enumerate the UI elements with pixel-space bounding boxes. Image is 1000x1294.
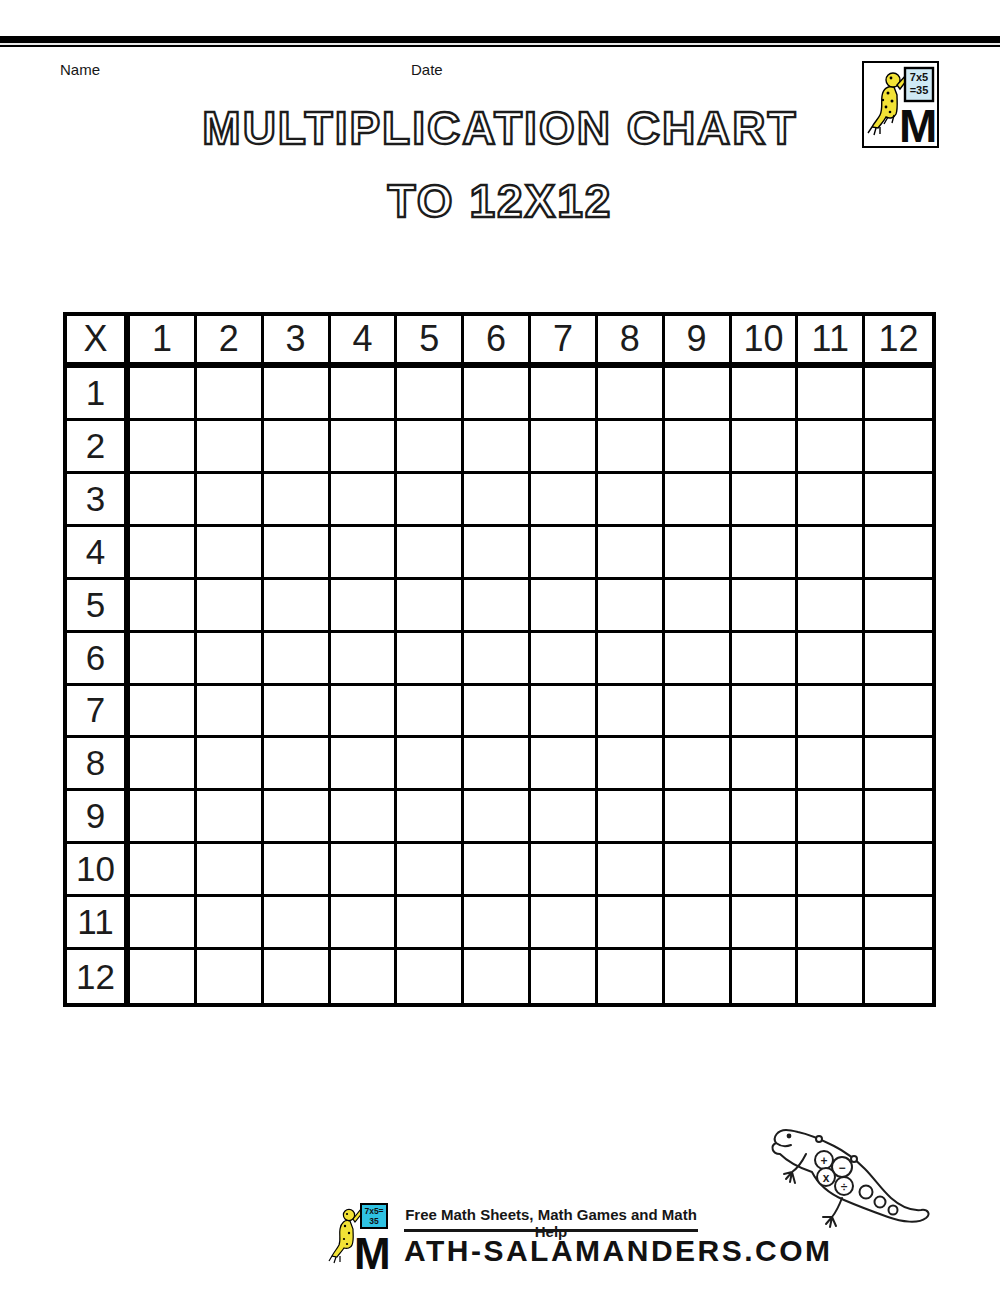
answer-cell-r3-c10 — [732, 474, 799, 527]
answer-cell-r12-c12 — [865, 950, 932, 1003]
answer-cell-r9-c7 — [531, 791, 598, 844]
answer-cell-r7-c4 — [331, 686, 398, 739]
answer-cell-r1-c3 — [264, 368, 331, 421]
multiplication-grid: X123456789101112123456789101112 — [63, 312, 936, 1007]
row-header-2: 2 — [67, 421, 130, 474]
answer-cell-r7-c6 — [464, 686, 531, 739]
row-header-4: 4 — [67, 527, 130, 580]
footer-brand-m: M — [354, 1229, 391, 1273]
logo-board-line1: 7x5 — [910, 71, 928, 83]
answer-cell-r9-c3 — [264, 791, 331, 844]
col-header-6: 6 — [464, 316, 531, 368]
answer-cell-r7-c8 — [598, 686, 665, 739]
answer-cell-r9-c4 — [331, 791, 398, 844]
col-header-8: 8 — [598, 316, 665, 368]
answer-cell-r10-c2 — [197, 844, 264, 897]
answer-cell-r12-c4 — [331, 950, 398, 1003]
answer-cell-r11-c2 — [197, 897, 264, 950]
footer-logo: 7x5= 35 M — [328, 1201, 412, 1273]
answer-cell-r7-c3 — [264, 686, 331, 739]
answer-cell-r8-c7 — [531, 738, 598, 791]
answer-cell-r11-c11 — [798, 897, 865, 950]
answer-cell-r6-c11 — [798, 633, 865, 686]
answer-cell-r6-c2 — [197, 633, 264, 686]
answer-cell-r2-c7 — [531, 421, 598, 474]
answer-cell-r3-c3 — [264, 474, 331, 527]
answer-cell-r4-c1 — [130, 527, 197, 580]
answer-cell-r8-c8 — [598, 738, 665, 791]
answer-cell-r5-c1 — [130, 580, 197, 633]
answer-cell-r9-c9 — [665, 791, 732, 844]
answer-cell-r2-c8 — [598, 421, 665, 474]
answer-cell-r4-c5 — [397, 527, 464, 580]
answer-cell-r10-c5 — [397, 844, 464, 897]
answer-cell-r1-c8 — [598, 368, 665, 421]
answer-cell-r11-c7 — [531, 897, 598, 950]
answer-cell-r7-c11 — [798, 686, 865, 739]
answer-cell-r4-c12 — [865, 527, 932, 580]
answer-cell-r11-c10 — [732, 897, 799, 950]
answer-cell-r4-c9 — [665, 527, 732, 580]
answer-cell-r8-c12 — [865, 738, 932, 791]
footer-brand-rest: ATH-SALAMANDERS.COM — [404, 1234, 833, 1268]
answer-cell-r3-c5 — [397, 474, 464, 527]
name-label: Name — [60, 61, 100, 78]
row-header-9: 9 — [67, 791, 130, 844]
answer-cell-r6-c4 — [331, 633, 398, 686]
math-gecko-illustration: + − x ÷ — [762, 1110, 942, 1240]
answer-cell-r12-c7 — [531, 950, 598, 1003]
answer-cell-r8-c10 — [732, 738, 799, 791]
answer-cell-r5-c6 — [464, 580, 531, 633]
answer-cell-r6-c9 — [665, 633, 732, 686]
answer-cell-r12-c3 — [264, 950, 331, 1003]
answer-cell-r11-c3 — [264, 897, 331, 950]
answer-cell-r5-c3 — [264, 580, 331, 633]
answer-cell-r4-c2 — [197, 527, 264, 580]
answer-cell-r3-c6 — [464, 474, 531, 527]
answer-cell-r6-c8 — [598, 633, 665, 686]
answer-cell-r7-c5 — [397, 686, 464, 739]
answer-cell-r5-c8 — [598, 580, 665, 633]
answer-cell-r6-c6 — [464, 633, 531, 686]
answer-cell-r9-c2 — [197, 791, 264, 844]
col-header-7: 7 — [531, 316, 598, 368]
answer-cell-r1-c12 — [865, 368, 932, 421]
answer-cell-r9-c8 — [598, 791, 665, 844]
answer-cell-r7-c2 — [197, 686, 264, 739]
answer-cell-r9-c11 — [798, 791, 865, 844]
logo-board-line2: =35 — [910, 84, 929, 96]
answer-cell-r8-c3 — [264, 738, 331, 791]
answer-cell-r9-c5 — [397, 791, 464, 844]
answer-cell-r1-c2 — [197, 368, 264, 421]
answer-cell-r8-c11 — [798, 738, 865, 791]
answer-cell-r6-c7 — [531, 633, 598, 686]
answer-cell-r1-c4 — [331, 368, 398, 421]
answer-cell-r4-c3 — [264, 527, 331, 580]
answer-cell-r4-c11 — [798, 527, 865, 580]
answer-cell-r1-c6 — [464, 368, 531, 421]
answer-cell-r11-c6 — [464, 897, 531, 950]
answer-cell-r5-c7 — [531, 580, 598, 633]
footer-board-line2: 35 — [369, 1216, 379, 1226]
answer-cell-r10-c6 — [464, 844, 531, 897]
answer-cell-r3-c9 — [665, 474, 732, 527]
footer-board-line1: 7x5= — [364, 1206, 383, 1216]
answer-cell-r3-c1 — [130, 474, 197, 527]
answer-cell-r5-c5 — [397, 580, 464, 633]
answer-cell-r6-c12 — [865, 633, 932, 686]
answer-cell-r1-c7 — [531, 368, 598, 421]
answer-cell-r5-c11 — [798, 580, 865, 633]
col-header-5: 5 — [397, 316, 464, 368]
answer-cell-r10-c8 — [598, 844, 665, 897]
answer-cell-r12-c2 — [197, 950, 264, 1003]
gecko-graphic: + − x ÷ — [762, 1110, 942, 1240]
answer-cell-r2-c1 — [130, 421, 197, 474]
answer-cell-r1-c9 — [665, 368, 732, 421]
footer-rule — [404, 1229, 698, 1232]
gecko-spot-plus: + — [820, 1154, 827, 1168]
answer-cell-r8-c5 — [397, 738, 464, 791]
answer-cell-r4-c7 — [531, 527, 598, 580]
answer-cell-r8-c4 — [331, 738, 398, 791]
row-header-1: 1 — [67, 368, 130, 421]
answer-cell-r1-c5 — [397, 368, 464, 421]
answer-cell-r11-c5 — [397, 897, 464, 950]
answer-cell-r3-c4 — [331, 474, 398, 527]
answer-cell-r9-c6 — [464, 791, 531, 844]
answer-cell-r4-c4 — [331, 527, 398, 580]
answer-cell-r6-c1 — [130, 633, 197, 686]
row-header-6: 6 — [67, 633, 130, 686]
answer-cell-r10-c4 — [331, 844, 398, 897]
answer-cell-r5-c12 — [865, 580, 932, 633]
col-header-4: 4 — [331, 316, 398, 368]
answer-cell-r2-c4 — [331, 421, 398, 474]
gecko-spot-times: x — [823, 1171, 830, 1185]
col-header-11: 11 — [798, 316, 865, 368]
answer-cell-r12-c8 — [598, 950, 665, 1003]
col-header-3: 3 — [264, 316, 331, 368]
answer-cell-r2-c6 — [464, 421, 531, 474]
answer-cell-r4-c8 — [598, 527, 665, 580]
answer-cell-r12-c1 — [130, 950, 197, 1003]
answer-cell-r10-c11 — [798, 844, 865, 897]
answer-cell-r5-c2 — [197, 580, 264, 633]
worksheet-title-line2: TO 12X12 — [0, 178, 1000, 224]
row-header-3: 3 — [67, 474, 130, 527]
col-header-2: 2 — [197, 316, 264, 368]
answer-cell-r10-c10 — [732, 844, 799, 897]
col-header-1: 1 — [130, 316, 197, 368]
answer-cell-r2-c9 — [665, 421, 732, 474]
answer-cell-r2-c2 — [197, 421, 264, 474]
answer-cell-r8-c9 — [665, 738, 732, 791]
answer-cell-r3-c8 — [598, 474, 665, 527]
answer-cell-r4-c6 — [464, 527, 531, 580]
answer-cell-r1-c11 — [798, 368, 865, 421]
answer-cell-r12-c5 — [397, 950, 464, 1003]
col-header-10: 10 — [732, 316, 799, 368]
col-header-9: 9 — [665, 316, 732, 368]
answer-cell-r5-c9 — [665, 580, 732, 633]
answer-cell-r10-c7 — [531, 844, 598, 897]
answer-cell-r3-c12 — [865, 474, 932, 527]
answer-cell-r1-c10 — [732, 368, 799, 421]
footer-logo-graphic: 7x5= 35 M — [328, 1201, 412, 1273]
answer-cell-r9-c1 — [130, 791, 197, 844]
answer-cell-r1-c1 — [130, 368, 197, 421]
answer-cell-r11-c1 — [130, 897, 197, 950]
answer-cell-r4-c10 — [732, 527, 799, 580]
answer-cell-r7-c9 — [665, 686, 732, 739]
answer-cell-r11-c8 — [598, 897, 665, 950]
answer-cell-r10-c1 — [130, 844, 197, 897]
answer-cell-r7-c7 — [531, 686, 598, 739]
gecko-spot-divide: ÷ — [841, 1180, 848, 1194]
answer-cell-r6-c5 — [397, 633, 464, 686]
answer-cell-r6-c10 — [732, 633, 799, 686]
row-header-7: 7 — [67, 686, 130, 739]
row-header-5: 5 — [67, 580, 130, 633]
answer-cell-r12-c6 — [464, 950, 531, 1003]
date-label: Date — [411, 61, 443, 78]
answer-cell-r8-c2 — [197, 738, 264, 791]
answer-cell-r8-c1 — [130, 738, 197, 791]
row-header-11: 11 — [67, 897, 130, 950]
answer-cell-r7-c1 — [130, 686, 197, 739]
top-rule-bar — [0, 36, 1000, 48]
answer-cell-r12-c11 — [798, 950, 865, 1003]
answer-cell-r10-c12 — [865, 844, 932, 897]
answer-cell-r9-c10 — [732, 791, 799, 844]
col-header-12: 12 — [865, 316, 932, 368]
answer-cell-r11-c9 — [665, 897, 732, 950]
grid-corner-x: X — [67, 316, 130, 368]
answer-cell-r6-c3 — [264, 633, 331, 686]
gecko-spot-minus: − — [838, 1161, 845, 1175]
row-header-12: 12 — [67, 950, 130, 1003]
answer-cell-r5-c4 — [331, 580, 398, 633]
row-header-10: 10 — [67, 844, 130, 897]
answer-cell-r12-c9 — [665, 950, 732, 1003]
answer-cell-r10-c3 — [264, 844, 331, 897]
answer-cell-r8-c6 — [464, 738, 531, 791]
answer-cell-r12-c10 — [732, 950, 799, 1003]
answer-cell-r2-c5 — [397, 421, 464, 474]
answer-cell-r11-c12 — [865, 897, 932, 950]
answer-cell-r7-c12 — [865, 686, 932, 739]
answer-cell-r2-c12 — [865, 421, 932, 474]
answer-cell-r2-c11 — [798, 421, 865, 474]
answer-cell-r7-c10 — [732, 686, 799, 739]
answer-cell-r10-c9 — [665, 844, 732, 897]
worksheet-title-line1: MULTIPLICATION CHART — [0, 105, 1000, 151]
answer-cell-r3-c7 — [531, 474, 598, 527]
answer-cell-r5-c10 — [732, 580, 799, 633]
answer-cell-r3-c11 — [798, 474, 865, 527]
answer-cell-r3-c2 — [197, 474, 264, 527]
answer-cell-r2-c10 — [732, 421, 799, 474]
row-header-8: 8 — [67, 738, 130, 791]
answer-cell-r9-c12 — [865, 791, 932, 844]
answer-cell-r2-c3 — [264, 421, 331, 474]
answer-cell-r11-c4 — [331, 897, 398, 950]
